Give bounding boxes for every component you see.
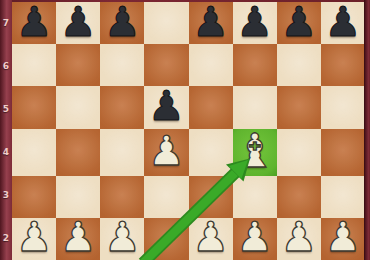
square-b3[interactable] <box>56 176 100 218</box>
square-g2[interactable]: ♟ <box>277 218 321 260</box>
black-pawn[interactable]: ♟ <box>192 2 229 43</box>
black-pawn[interactable]: ♟ <box>148 86 185 127</box>
square-d6[interactable] <box>144 44 188 86</box>
chessboard: ♟♟♟♟♟♟♟♟♟♝♟♟♟♟♟♟♟ <box>12 2 365 260</box>
white-pawn[interactable]: ♟ <box>192 217 229 258</box>
square-a3[interactable] <box>12 176 56 218</box>
white-bishop[interactable]: ♝ <box>234 127 276 174</box>
square-d5[interactable]: ♟ <box>144 86 188 128</box>
white-pawn[interactable]: ♟ <box>236 217 273 258</box>
square-h6[interactable] <box>321 44 365 86</box>
black-pawn[interactable]: ♟ <box>325 2 362 43</box>
square-d4[interactable]: ♟ <box>144 129 188 176</box>
black-pawn[interactable]: ♟ <box>60 2 97 43</box>
square-h4[interactable] <box>321 129 365 176</box>
square-b7[interactable]: ♟ <box>56 2 100 44</box>
square-g6[interactable] <box>277 44 321 86</box>
square-e4[interactable] <box>189 129 233 176</box>
square-d7[interactable] <box>144 2 188 44</box>
white-pawn[interactable]: ♟ <box>280 217 317 258</box>
board-top-border <box>0 0 370 2</box>
square-f7[interactable]: ♟ <box>233 2 277 44</box>
black-pawn[interactable]: ♟ <box>280 2 317 43</box>
square-c6[interactable] <box>100 44 144 86</box>
square-d2[interactable] <box>144 218 188 260</box>
square-e6[interactable] <box>189 44 233 86</box>
square-h3[interactable] <box>321 176 365 218</box>
chess-board-screenshot: ♟♟♟♟♟♟♟♟♟♝♟♟♟♟♟♟♟ 7 6 5 4 3 2 <box>0 0 370 260</box>
black-pawn[interactable]: ♟ <box>236 2 273 43</box>
square-h5[interactable] <box>321 86 365 128</box>
square-g7[interactable]: ♟ <box>277 2 321 44</box>
rank-label-2: 2 <box>0 234 12 243</box>
square-c4[interactable] <box>100 129 144 176</box>
rank-label-4: 4 <box>0 148 12 157</box>
white-pawn[interactable]: ♟ <box>325 217 362 258</box>
square-h2[interactable]: ♟ <box>321 218 365 260</box>
square-b2[interactable]: ♟ <box>56 218 100 260</box>
square-e7[interactable]: ♟ <box>189 2 233 44</box>
board-rank-border: 7 6 5 4 3 2 <box>0 0 12 260</box>
black-pawn[interactable]: ♟ <box>104 2 141 43</box>
square-f2[interactable]: ♟ <box>233 218 277 260</box>
rank-label-3: 3 <box>0 191 12 200</box>
square-a2[interactable]: ♟ <box>12 218 56 260</box>
square-f3[interactable] <box>233 176 277 218</box>
square-c3[interactable] <box>100 176 144 218</box>
square-a7[interactable]: ♟ <box>12 2 56 44</box>
square-b4[interactable] <box>56 129 100 176</box>
white-pawn[interactable]: ♟ <box>16 217 53 258</box>
square-h7[interactable]: ♟ <box>321 2 365 44</box>
square-c2[interactable]: ♟ <box>100 218 144 260</box>
board-right-border <box>364 0 370 260</box>
square-b6[interactable] <box>56 44 100 86</box>
rank-label-7: 7 <box>0 19 12 28</box>
square-c5[interactable] <box>100 86 144 128</box>
square-a5[interactable] <box>12 86 56 128</box>
square-f6[interactable] <box>233 44 277 86</box>
rank-label-6: 6 <box>0 62 12 71</box>
square-a6[interactable] <box>12 44 56 86</box>
white-pawn[interactable]: ♟ <box>148 131 185 172</box>
square-g3[interactable] <box>277 176 321 218</box>
square-e2[interactable]: ♟ <box>189 218 233 260</box>
white-pawn[interactable]: ♟ <box>104 217 141 258</box>
square-f4[interactable]: ♝ <box>233 129 277 176</box>
black-pawn[interactable]: ♟ <box>16 2 53 43</box>
square-b5[interactable] <box>56 86 100 128</box>
rank-label-5: 5 <box>0 105 12 114</box>
white-pawn[interactable]: ♟ <box>60 217 97 258</box>
square-g5[interactable] <box>277 86 321 128</box>
square-c7[interactable]: ♟ <box>100 2 144 44</box>
square-a4[interactable] <box>12 129 56 176</box>
square-e5[interactable] <box>189 86 233 128</box>
square-g4[interactable] <box>277 129 321 176</box>
square-e3[interactable] <box>189 176 233 218</box>
square-d3[interactable] <box>144 176 188 218</box>
